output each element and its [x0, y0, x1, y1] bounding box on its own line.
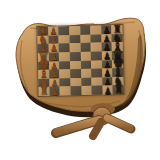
- chess-board: ♜♟♟♜♞♟♟♞♝♟♟♝♛♟♟♛♚♟♟♚♝♟♟♝♞♟♟♞♜♟♟♜: [36, 24, 124, 97]
- board-square[interactable]: [70, 78, 81, 87]
- board-square[interactable]: ♟: [102, 86, 113, 95]
- board-square[interactable]: [80, 26, 91, 35]
- board-square[interactable]: [90, 26, 101, 35]
- pedestal-leg-right: [107, 118, 130, 128]
- chess-piece-bR[interactable]: ♜: [113, 84, 124, 95]
- board-square[interactable]: [59, 26, 70, 35]
- board-square[interactable]: [91, 60, 102, 69]
- board-square[interactable]: [91, 43, 102, 52]
- board-square[interactable]: [60, 87, 71, 96]
- board-square[interactable]: [91, 77, 102, 86]
- board-square[interactable]: ♜: [113, 85, 124, 94]
- chess-table-photo: ♜♟♟♜♞♟♟♞♝♟♟♝♛♟♟♛♚♟♟♚♝♟♟♝♞♟♟♞♜♟♟♜: [0, 0, 160, 160]
- board-square[interactable]: [80, 43, 91, 52]
- board-square[interactable]: [70, 86, 81, 95]
- board-square[interactable]: [81, 69, 92, 78]
- board-square[interactable]: [59, 43, 70, 52]
- board-square[interactable]: [70, 43, 81, 52]
- board-square[interactable]: [70, 61, 81, 70]
- board-square[interactable]: [60, 78, 71, 87]
- board-square[interactable]: ♟: [49, 87, 60, 96]
- board-square[interactable]: [69, 26, 80, 35]
- board-square[interactable]: ♜: [39, 87, 50, 96]
- board-square[interactable]: [59, 69, 70, 78]
- board-square[interactable]: [81, 60, 92, 69]
- chess-piece-bP[interactable]: ♟: [102, 86, 113, 96]
- board-square[interactable]: [69, 35, 80, 44]
- board-square[interactable]: [59, 61, 70, 70]
- chess-piece-wR[interactable]: ♜: [39, 85, 50, 96]
- board-square[interactable]: [59, 52, 70, 61]
- board-square[interactable]: [92, 86, 103, 95]
- board-square[interactable]: [70, 52, 81, 61]
- pedestal-legs: [56, 118, 131, 136]
- board-square[interactable]: [91, 34, 102, 43]
- chess-piece-wP[interactable]: ♟: [49, 87, 60, 97]
- board-square[interactable]: [81, 78, 92, 87]
- board-square[interactable]: [80, 34, 91, 43]
- board-square[interactable]: [59, 35, 70, 44]
- board-square[interactable]: [81, 86, 92, 95]
- board-square[interactable]: [80, 52, 91, 61]
- board-square[interactable]: [70, 69, 81, 78]
- board-square[interactable]: [91, 51, 102, 60]
- board-square[interactable]: [91, 69, 102, 78]
